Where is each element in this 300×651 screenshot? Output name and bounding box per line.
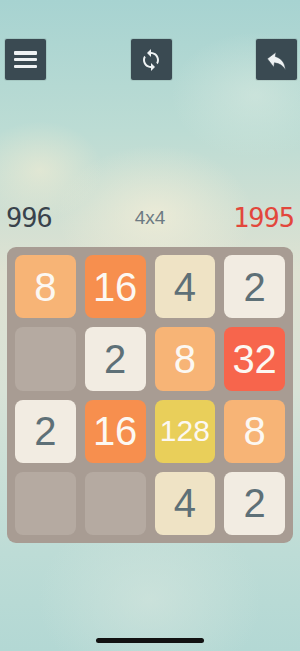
board-cell bbox=[15, 327, 76, 390]
restart-button[interactable] bbox=[131, 39, 172, 80]
undo-arrow-icon bbox=[264, 47, 290, 73]
menu-icon bbox=[14, 51, 37, 68]
best-score: 1995 bbox=[233, 204, 294, 231]
undo-button[interactable] bbox=[256, 39, 297, 80]
board-cell: 8 bbox=[15, 255, 76, 318]
game-screen: 996 4x4 1995 8 16 4 2 2 8 32 2 16 128 8 … bbox=[0, 0, 300, 651]
current-score: 996 bbox=[6, 204, 52, 231]
board-cell: 2 bbox=[15, 400, 76, 463]
board-cell: 8 bbox=[224, 400, 285, 463]
board-cell: 2 bbox=[224, 472, 285, 535]
board-cell: 4 bbox=[155, 472, 216, 535]
score-row: 996 4x4 1995 bbox=[0, 200, 300, 234]
board-cell: 128 bbox=[155, 400, 216, 463]
board-cell: 4 bbox=[155, 255, 216, 318]
game-board[interactable]: 8 16 4 2 2 8 32 2 16 128 8 4 2 bbox=[7, 247, 293, 543]
board-cell: 16 bbox=[85, 400, 146, 463]
board-cell: 8 bbox=[155, 327, 216, 390]
toolbar bbox=[0, 39, 300, 80]
refresh-icon bbox=[139, 48, 163, 72]
board-cell: 32 bbox=[224, 327, 285, 390]
board-cell: 16 bbox=[85, 255, 146, 318]
board-cell bbox=[85, 472, 146, 535]
board-cell: 2 bbox=[85, 327, 146, 390]
grid-size-label: 4x4 bbox=[135, 208, 166, 227]
board-cell bbox=[15, 472, 76, 535]
board-cell: 2 bbox=[224, 255, 285, 318]
menu-button[interactable] bbox=[5, 39, 46, 80]
home-indicator[interactable] bbox=[96, 638, 204, 643]
